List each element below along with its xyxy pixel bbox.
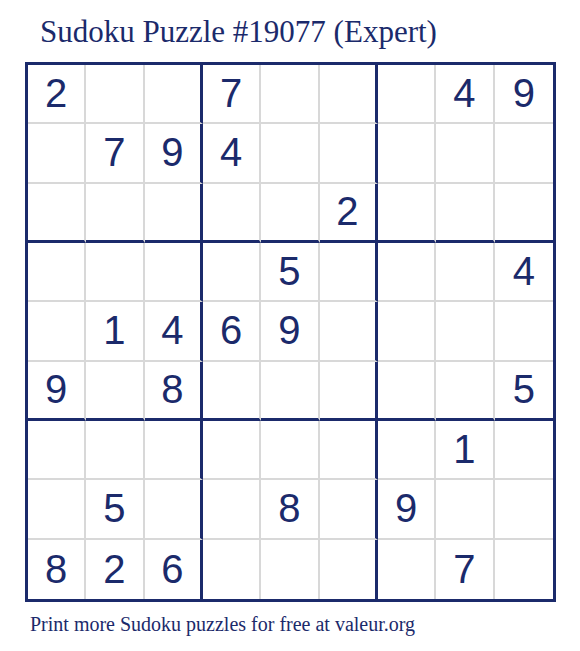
sudoku-cell-r5c9: [495, 302, 553, 361]
sudoku-cell-r7c1: [28, 421, 86, 480]
sudoku-cell-r1c3: [145, 65, 203, 124]
sudoku-cell-r5c4: 6: [203, 302, 261, 361]
sudoku-cell-r4c6: [320, 243, 378, 302]
sudoku-cell-r7c5: [261, 421, 319, 480]
sudoku-cell-r7c3: [145, 421, 203, 480]
sudoku-cell-r4c4: [203, 243, 261, 302]
sudoku-cell-r7c7: [378, 421, 436, 480]
sudoku-cell-r7c6: [320, 421, 378, 480]
sudoku-cell-r8c9: [495, 480, 553, 539]
footer-text: Print more Sudoku puzzles for free at va…: [30, 613, 415, 636]
sudoku-cell-r8c3: [145, 480, 203, 539]
sudoku-cell-r3c2: [86, 184, 144, 243]
sudoku-cell-r6c7: [378, 362, 436, 421]
sudoku-cell-r9c8: 7: [436, 540, 494, 599]
sudoku-cell-r7c8: 1: [436, 421, 494, 480]
sudoku-cell-r8c4: [203, 480, 261, 539]
sudoku-cell-r2c3: 9: [145, 124, 203, 183]
sudoku-cell-r6c4: [203, 362, 261, 421]
sudoku-cell-r1c9: 9: [495, 65, 553, 124]
sudoku-cell-r5c1: [28, 302, 86, 361]
sudoku-cell-r8c8: [436, 480, 494, 539]
sudoku-cell-r3c5: [261, 184, 319, 243]
sudoku-cell-r9c4: [203, 540, 261, 599]
sudoku-cell-r5c3: 4: [145, 302, 203, 361]
sudoku-cell-r9c2: 2: [86, 540, 144, 599]
sudoku-cell-r9c1: 8: [28, 540, 86, 599]
sudoku-grid: 2749794254146998515898267: [25, 62, 556, 602]
sudoku-cell-r2c1: [28, 124, 86, 183]
sudoku-cell-r9c7: [378, 540, 436, 599]
sudoku-cell-r8c7: 9: [378, 480, 436, 539]
sudoku-cell-r8c5: 8: [261, 480, 319, 539]
sudoku-cell-r8c2: 5: [86, 480, 144, 539]
sudoku-cell-r9c5: [261, 540, 319, 599]
sudoku-cell-r3c8: [436, 184, 494, 243]
sudoku-cell-r7c2: [86, 421, 144, 480]
sudoku-cell-r5c5: 9: [261, 302, 319, 361]
sudoku-cell-r2c4: 4: [203, 124, 261, 183]
sudoku-cell-r6c2: [86, 362, 144, 421]
sudoku-cell-r2c5: [261, 124, 319, 183]
sudoku-cell-r6c8: [436, 362, 494, 421]
sudoku-cell-r3c6: 2: [320, 184, 378, 243]
sudoku-cell-r5c6: [320, 302, 378, 361]
sudoku-cell-r5c7: [378, 302, 436, 361]
sudoku-cell-r1c8: 4: [436, 65, 494, 124]
page-title: Sudoku Puzzle #19077 (Expert): [40, 12, 437, 52]
sudoku-cell-r6c3: 8: [145, 362, 203, 421]
sudoku-cell-r1c4: 7: [203, 65, 261, 124]
sudoku-cell-r3c9: [495, 184, 553, 243]
sudoku-cell-r4c8: [436, 243, 494, 302]
sudoku-cell-r5c8: [436, 302, 494, 361]
sudoku-cell-r7c9: [495, 421, 553, 480]
sudoku-cell-r2c6: [320, 124, 378, 183]
sudoku-cell-r8c1: [28, 480, 86, 539]
sudoku-cell-r3c4: [203, 184, 261, 243]
sudoku-cell-r9c9: [495, 540, 553, 599]
sudoku-cell-r1c1: 2: [28, 65, 86, 124]
sudoku-cell-r8c6: [320, 480, 378, 539]
sudoku-cell-r2c9: [495, 124, 553, 183]
sudoku-cell-r4c2: [86, 243, 144, 302]
sudoku-cell-r1c5: [261, 65, 319, 124]
sudoku-cell-r1c6: [320, 65, 378, 124]
sudoku-cell-r4c1: [28, 243, 86, 302]
sudoku-cell-r9c6: [320, 540, 378, 599]
sudoku-cell-r3c3: [145, 184, 203, 243]
sudoku-cell-r7c4: [203, 421, 261, 480]
sudoku-cell-r4c9: 4: [495, 243, 553, 302]
sudoku-cell-r2c2: 7: [86, 124, 144, 183]
sudoku-cell-r5c2: 1: [86, 302, 144, 361]
sudoku-cell-r3c1: [28, 184, 86, 243]
sudoku-cell-r3c7: [378, 184, 436, 243]
sudoku-cell-r1c2: [86, 65, 144, 124]
sudoku-cell-r6c9: 5: [495, 362, 553, 421]
sudoku-cell-r2c8: [436, 124, 494, 183]
sudoku-cell-r6c6: [320, 362, 378, 421]
sudoku-cell-r4c5: 5: [261, 243, 319, 302]
sudoku-cell-r4c3: [145, 243, 203, 302]
sudoku-cell-r4c7: [378, 243, 436, 302]
sudoku-cell-r6c1: 9: [28, 362, 86, 421]
sudoku-cell-r1c7: [378, 65, 436, 124]
sudoku-cell-r9c3: 6: [145, 540, 203, 599]
sudoku-cell-r2c7: [378, 124, 436, 183]
sudoku-cell-r6c5: [261, 362, 319, 421]
